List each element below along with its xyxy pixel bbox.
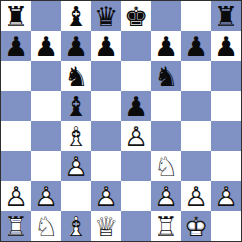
square-e7[interactable]: [121, 31, 151, 61]
square-g4[interactable]: [181, 121, 211, 151]
white-pawn-fill: ♟: [121, 121, 151, 151]
white-pawn-fill: ♟: [211, 181, 241, 211]
square-b5[interactable]: [31, 91, 61, 121]
square-b4[interactable]: [31, 121, 61, 151]
black-rook-piece[interactable]: ♜: [211, 1, 241, 31]
square-f8[interactable]: [151, 1, 181, 31]
white-pawn-outline: ♙: [181, 181, 211, 211]
black-pawn-glyph: ♟: [91, 31, 121, 61]
square-e1[interactable]: [121, 211, 151, 241]
white-pawn-outline: ♙: [61, 151, 91, 181]
square-a6[interactable]: [1, 61, 31, 91]
black-pawn-glyph: ♟: [61, 31, 91, 61]
white-bishop-outline: ♗: [61, 211, 91, 241]
black-rook-glyph: ♜: [211, 1, 241, 31]
white-rook-fill: ♜: [151, 211, 181, 241]
white-pawn-piece[interactable]: ♟♙: [61, 151, 91, 181]
square-h4[interactable]: [211, 121, 241, 151]
square-h3[interactable]: [211, 151, 241, 181]
black-knight-glyph: ♞: [61, 61, 91, 91]
black-pawn-glyph: ♟: [121, 91, 151, 121]
white-knight-piece[interactable]: ♞♘: [151, 151, 181, 181]
square-g5[interactable]: [181, 91, 211, 121]
black-knight-piece[interactable]: ♞: [61, 61, 91, 91]
chess-board: ♜♝♛♚♜♟♟♟♟♟♟♟♞♞♝♟♝♗♟♙♟♙♞♘♟♙♟♙♟♙♟♙♟♙♟♙♜♖♞♘…: [1, 1, 241, 241]
square-f5[interactable]: [151, 91, 181, 121]
square-e8[interactable]: ♚: [121, 1, 151, 31]
square-b7[interactable]: ♟: [31, 31, 61, 61]
square-h5[interactable]: [211, 91, 241, 121]
white-rook-fill: ♜: [1, 211, 31, 241]
square-e5[interactable]: ♟: [121, 91, 151, 121]
black-rook-piece[interactable]: ♜: [1, 1, 31, 31]
white-pawn-fill: ♟: [31, 181, 61, 211]
square-h8[interactable]: ♜: [211, 1, 241, 31]
white-pawn-piece[interactable]: ♟♙: [151, 181, 181, 211]
black-king-glyph: ♚: [121, 1, 151, 31]
black-pawn-piece[interactable]: ♟: [121, 91, 151, 121]
chess-board-frame: ♜♝♛♚♜♟♟♟♟♟♟♟♞♞♝♟♝♗♟♙♟♙♞♘♟♙♟♙♟♙♟♙♟♙♟♙♜♖♞♘…: [0, 0, 242, 242]
square-f6[interactable]: ♞: [151, 61, 181, 91]
white-pawn-outline: ♙: [91, 181, 121, 211]
square-h6[interactable]: [211, 61, 241, 91]
white-rook-outline: ♖: [151, 211, 181, 241]
square-h7[interactable]: ♟: [211, 31, 241, 61]
square-a8[interactable]: ♜: [1, 1, 31, 31]
black-bishop-piece[interactable]: ♝: [61, 1, 91, 31]
square-f7[interactable]: ♟: [151, 31, 181, 61]
white-pawn-piece[interactable]: ♟♙: [211, 181, 241, 211]
black-pawn-glyph: ♟: [211, 31, 241, 61]
square-h1[interactable]: [211, 211, 241, 241]
white-king-fill: ♚: [181, 211, 211, 241]
black-bishop-glyph: ♝: [61, 91, 91, 121]
black-knight-piece[interactable]: ♞: [151, 61, 181, 91]
black-pawn-piece[interactable]: ♟: [151, 31, 181, 61]
square-f4[interactable]: [151, 121, 181, 151]
square-a5[interactable]: [1, 91, 31, 121]
square-d4[interactable]: [91, 121, 121, 151]
black-pawn-glyph: ♟: [181, 31, 211, 61]
black-pawn-piece[interactable]: ♟: [211, 31, 241, 61]
white-bishop-piece[interactable]: ♝♗: [61, 121, 91, 151]
square-c4[interactable]: ♝♗: [61, 121, 91, 151]
square-b3[interactable]: [31, 151, 61, 181]
white-king-outline: ♔: [181, 211, 211, 241]
black-pawn-piece[interactable]: ♟: [181, 31, 211, 61]
square-d1[interactable]: ♛♕: [91, 211, 121, 241]
square-d6[interactable]: [91, 61, 121, 91]
white-pawn-outline: ♙: [151, 181, 181, 211]
white-pawn-fill: ♟: [61, 151, 91, 181]
white-bishop-fill: ♝: [61, 211, 91, 241]
square-c7[interactable]: ♟: [61, 31, 91, 61]
square-a1[interactable]: ♜♖: [1, 211, 31, 241]
square-c8[interactable]: ♝: [61, 1, 91, 31]
black-pawn-piece[interactable]: ♟: [61, 31, 91, 61]
white-queen-fill: ♛: [91, 211, 121, 241]
white-king-piece[interactable]: ♚♔: [181, 211, 211, 241]
square-g2[interactable]: ♟♙: [181, 181, 211, 211]
white-pawn-outline: ♙: [1, 181, 31, 211]
square-d8[interactable]: ♛: [91, 1, 121, 31]
white-pawn-fill: ♟: [151, 181, 181, 211]
black-pawn-glyph: ♟: [1, 31, 31, 61]
white-pawn-piece[interactable]: ♟♙: [181, 181, 211, 211]
white-pawn-piece[interactable]: ♟♙: [1, 181, 31, 211]
square-h2[interactable]: ♟♙: [211, 181, 241, 211]
white-knight-piece[interactable]: ♞♘: [31, 211, 61, 241]
square-b1[interactable]: ♞♘: [31, 211, 61, 241]
square-e2[interactable]: [121, 181, 151, 211]
white-rook-outline: ♖: [1, 211, 31, 241]
black-pawn-piece[interactable]: ♟: [91, 31, 121, 61]
square-f3[interactable]: ♞♘: [151, 151, 181, 181]
square-b2[interactable]: ♟♙: [31, 181, 61, 211]
white-pawn-piece[interactable]: ♟♙: [91, 181, 121, 211]
square-e6[interactable]: [121, 61, 151, 91]
white-pawn-fill: ♟: [181, 181, 211, 211]
square-c5[interactable]: ♝: [61, 91, 91, 121]
black-queen-glyph: ♛: [91, 1, 121, 31]
square-b8[interactable]: [31, 1, 61, 31]
white-queen-outline: ♕: [91, 211, 121, 241]
square-g7[interactable]: ♟: [181, 31, 211, 61]
square-c1[interactable]: ♝♗: [61, 211, 91, 241]
white-knight-fill: ♞: [151, 151, 181, 181]
black-knight-glyph: ♞: [151, 61, 181, 91]
square-e4[interactable]: ♟♙: [121, 121, 151, 151]
white-pawn-piece[interactable]: ♟♙: [121, 121, 151, 151]
black-queen-piece[interactable]: ♛: [91, 1, 121, 31]
square-c6[interactable]: ♞: [61, 61, 91, 91]
white-rook-piece[interactable]: ♜♖: [151, 211, 181, 241]
white-knight-fill: ♞: [31, 211, 61, 241]
square-g3[interactable]: [181, 151, 211, 181]
square-d3[interactable]: [91, 151, 121, 181]
white-queen-piece[interactable]: ♛♕: [91, 211, 121, 241]
square-g6[interactable]: [181, 61, 211, 91]
square-a3[interactable]: [1, 151, 31, 181]
square-a7[interactable]: ♟: [1, 31, 31, 61]
white-bishop-outline: ♗: [61, 121, 91, 151]
white-pawn-fill: ♟: [91, 181, 121, 211]
square-a2[interactable]: ♟♙: [1, 181, 31, 211]
white-pawn-piece[interactable]: ♟♙: [31, 181, 61, 211]
white-bishop-piece[interactable]: ♝♗: [61, 211, 91, 241]
white-knight-outline: ♘: [151, 151, 181, 181]
square-c2[interactable]: [61, 181, 91, 211]
square-d7[interactable]: ♟: [91, 31, 121, 61]
black-rook-glyph: ♜: [1, 1, 31, 31]
square-d5[interactable]: [91, 91, 121, 121]
square-e3[interactable]: [121, 151, 151, 181]
square-a4[interactable]: [1, 121, 31, 151]
black-pawn-piece[interactable]: ♟: [31, 31, 61, 61]
black-pawn-glyph: ♟: [31, 31, 61, 61]
square-d2[interactable]: ♟♙: [91, 181, 121, 211]
white-pawn-outline: ♙: [31, 181, 61, 211]
square-g1[interactable]: ♚♔: [181, 211, 211, 241]
square-f1[interactable]: ♜♖: [151, 211, 181, 241]
black-bishop-piece[interactable]: ♝: [61, 91, 91, 121]
square-g8[interactable]: [181, 1, 211, 31]
square-f2[interactable]: ♟♙: [151, 181, 181, 211]
white-pawn-outline: ♙: [121, 121, 151, 151]
square-b6[interactable]: [31, 61, 61, 91]
white-rook-piece[interactable]: ♜♖: [1, 211, 31, 241]
black-bishop-glyph: ♝: [61, 1, 91, 31]
black-pawn-piece[interactable]: ♟: [1, 31, 31, 61]
white-pawn-fill: ♟: [1, 181, 31, 211]
black-pawn-glyph: ♟: [151, 31, 181, 61]
white-pawn-outline: ♙: [211, 181, 241, 211]
square-c3[interactable]: ♟♙: [61, 151, 91, 181]
black-king-piece[interactable]: ♚: [121, 1, 151, 31]
white-knight-outline: ♘: [31, 211, 61, 241]
white-bishop-fill: ♝: [61, 121, 91, 151]
